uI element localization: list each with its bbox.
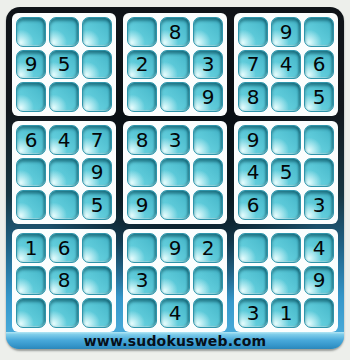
cell-r4c6[interactable] [193, 125, 223, 155]
cell-r1c6[interactable] [193, 17, 223, 47]
cell-r7c4[interactable] [127, 233, 157, 263]
cell-r7c5[interactable]: 9 [160, 233, 190, 263]
cell-r5c9[interactable] [304, 158, 334, 188]
cell-r9c1[interactable] [16, 298, 46, 328]
box-r1c1: 95 [12, 13, 116, 116]
box-r1c2: 8239 [123, 13, 227, 116]
cell-r7c8[interactable] [271, 233, 301, 263]
cell-r2c1[interactable]: 9 [16, 50, 46, 80]
cell-r8c1[interactable] [16, 266, 46, 296]
cell-r8c8[interactable] [271, 266, 301, 296]
cell-r1c3[interactable] [82, 17, 112, 47]
cell-r9c2[interactable] [49, 298, 79, 328]
sudoku-board: 958239974685647958399456316892344931 www… [6, 7, 344, 349]
cell-r6c6[interactable] [193, 190, 223, 220]
box-r2c2: 839 [123, 121, 227, 224]
site-url[interactable]: www.sudokusweb.com [84, 333, 267, 349]
cell-r3c8[interactable] [271, 82, 301, 112]
cell-r9c3[interactable] [82, 298, 112, 328]
cell-r6c3[interactable]: 5 [82, 190, 112, 220]
board-grid: 958239974685647958399456316892344931 [12, 13, 338, 332]
cell-r8c9[interactable]: 9 [304, 266, 334, 296]
box-r1c3: 974685 [234, 13, 338, 116]
cell-r8c4[interactable]: 3 [127, 266, 157, 296]
cell-r1c9[interactable] [304, 17, 334, 47]
cell-r2c7[interactable]: 7 [238, 50, 268, 80]
cell-r3c3[interactable] [82, 82, 112, 112]
cell-r6c7[interactable]: 6 [238, 190, 268, 220]
cell-r1c2[interactable] [49, 17, 79, 47]
cell-r5c1[interactable] [16, 158, 46, 188]
cell-r7c7[interactable] [238, 233, 268, 263]
cell-r6c2[interactable] [49, 190, 79, 220]
cell-r3c2[interactable] [49, 82, 79, 112]
cell-r1c4[interactable] [127, 17, 157, 47]
cell-r7c6[interactable]: 2 [193, 233, 223, 263]
cell-r9c7[interactable]: 3 [238, 298, 268, 328]
cell-r6c5[interactable] [160, 190, 190, 220]
cell-r8c5[interactable] [160, 266, 190, 296]
cell-r4c2[interactable]: 4 [49, 125, 79, 155]
cell-r2c9[interactable]: 6 [304, 50, 334, 80]
cell-r2c2[interactable]: 5 [49, 50, 79, 80]
cell-r4c8[interactable] [271, 125, 301, 155]
cell-r9c8[interactable]: 1 [271, 298, 301, 328]
cell-r3c1[interactable] [16, 82, 46, 112]
cell-r4c1[interactable]: 6 [16, 125, 46, 155]
cell-r7c2[interactable]: 6 [49, 233, 79, 263]
cell-r9c9[interactable] [304, 298, 334, 328]
cell-r2c5[interactable] [160, 50, 190, 80]
cell-r1c1[interactable] [16, 17, 46, 47]
cell-r3c6[interactable]: 9 [193, 82, 223, 112]
footer-bar: www.sudokusweb.com [6, 332, 344, 349]
cell-r7c3[interactable] [82, 233, 112, 263]
cell-r1c8[interactable]: 9 [271, 17, 301, 47]
cell-r6c9[interactable]: 3 [304, 190, 334, 220]
cell-r1c7[interactable] [238, 17, 268, 47]
cell-r3c5[interactable] [160, 82, 190, 112]
cell-r7c9[interactable]: 4 [304, 233, 334, 263]
cell-r5c4[interactable] [127, 158, 157, 188]
cell-r6c8[interactable] [271, 190, 301, 220]
box-r3c1: 168 [12, 229, 116, 332]
cell-r5c8[interactable]: 5 [271, 158, 301, 188]
cell-r9c5[interactable]: 4 [160, 298, 190, 328]
cell-r2c4[interactable]: 2 [127, 50, 157, 80]
cell-r7c1[interactable]: 1 [16, 233, 46, 263]
cell-r5c7[interactable]: 4 [238, 158, 268, 188]
box-r2c3: 94563 [234, 121, 338, 224]
cell-r8c7[interactable] [238, 266, 268, 296]
cell-r4c7[interactable]: 9 [238, 125, 268, 155]
cell-r4c4[interactable]: 8 [127, 125, 157, 155]
cell-r1c5[interactable]: 8 [160, 17, 190, 47]
cell-r2c6[interactable]: 3 [193, 50, 223, 80]
cell-r5c6[interactable] [193, 158, 223, 188]
cell-r4c3[interactable]: 7 [82, 125, 112, 155]
cell-r8c6[interactable] [193, 266, 223, 296]
cell-r9c6[interactable] [193, 298, 223, 328]
cell-r5c2[interactable] [49, 158, 79, 188]
cell-r4c5[interactable]: 3 [160, 125, 190, 155]
cell-r3c9[interactable]: 5 [304, 82, 334, 112]
cell-r5c3[interactable]: 9 [82, 158, 112, 188]
cell-r3c4[interactable] [127, 82, 157, 112]
cell-r6c1[interactable] [16, 190, 46, 220]
cell-r4c9[interactable] [304, 125, 334, 155]
cell-r2c8[interactable]: 4 [271, 50, 301, 80]
cell-r2c3[interactable] [82, 50, 112, 80]
box-r3c2: 9234 [123, 229, 227, 332]
cell-r9c4[interactable] [127, 298, 157, 328]
box-r2c1: 64795 [12, 121, 116, 224]
cell-r3c7[interactable]: 8 [238, 82, 268, 112]
cell-r5c5[interactable] [160, 158, 190, 188]
box-r3c3: 4931 [234, 229, 338, 332]
cell-r6c4[interactable]: 9 [127, 190, 157, 220]
cell-r8c3[interactable] [82, 266, 112, 296]
cell-r8c2[interactable]: 8 [49, 266, 79, 296]
